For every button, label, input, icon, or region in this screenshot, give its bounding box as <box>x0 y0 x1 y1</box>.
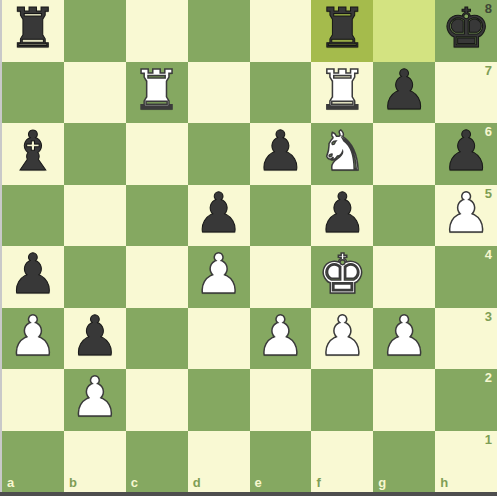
square-f2[interactable] <box>311 369 373 431</box>
square-c8[interactable] <box>126 0 188 62</box>
file-label-f: f <box>316 476 320 489</box>
square-g8[interactable] <box>373 0 435 62</box>
square-b2[interactable]: ♟ <box>64 369 126 431</box>
piece-white-pawn[interactable]: ♟ <box>256 309 305 364</box>
piece-black-pawn[interactable]: ♟ <box>194 186 243 241</box>
square-a4[interactable]: ♟ <box>2 246 64 308</box>
square-a8[interactable]: ♜ <box>2 0 64 62</box>
square-b5[interactable] <box>64 185 126 247</box>
square-c7[interactable]: ♜ <box>126 62 188 124</box>
square-f7[interactable]: ♜ <box>311 62 373 124</box>
square-h5[interactable]: ♟5 <box>435 185 497 247</box>
square-g7[interactable]: ♟ <box>373 62 435 124</box>
board-bottom-border <box>0 492 497 496</box>
rank-label-1: 1 <box>485 433 492 446</box>
square-d3[interactable] <box>188 308 250 370</box>
square-g4[interactable] <box>373 246 435 308</box>
square-d7[interactable] <box>188 62 250 124</box>
square-e1[interactable]: e <box>250 431 312 493</box>
square-h1[interactable]: 1h <box>435 431 497 493</box>
square-a2[interactable] <box>2 369 64 431</box>
square-d5[interactable]: ♟ <box>188 185 250 247</box>
piece-white-rook[interactable]: ♜ <box>318 63 367 118</box>
piece-black-rook[interactable]: ♜ <box>318 1 367 56</box>
square-c1[interactable]: c <box>126 431 188 493</box>
square-e5[interactable] <box>250 185 312 247</box>
piece-black-pawn[interactable]: ♟ <box>441 124 490 179</box>
square-b7[interactable] <box>64 62 126 124</box>
piece-white-king[interactable]: ♚ <box>318 247 367 302</box>
file-label-h: h <box>440 476 448 489</box>
square-e8[interactable] <box>250 0 312 62</box>
piece-black-pawn[interactable]: ♟ <box>8 247 57 302</box>
rank-label-6: 6 <box>485 125 492 138</box>
piece-white-rook[interactable]: ♜ <box>132 63 181 118</box>
square-b6[interactable] <box>64 123 126 185</box>
piece-white-pawn[interactable]: ♟ <box>194 247 243 302</box>
rank-label-3: 3 <box>485 310 492 323</box>
square-c4[interactable] <box>126 246 188 308</box>
square-e4[interactable] <box>250 246 312 308</box>
square-b8[interactable] <box>64 0 126 62</box>
square-g6[interactable] <box>373 123 435 185</box>
square-a1[interactable]: a <box>2 431 64 493</box>
file-label-g: g <box>378 476 386 489</box>
square-g5[interactable] <box>373 185 435 247</box>
square-c2[interactable] <box>126 369 188 431</box>
square-a7[interactable] <box>2 62 64 124</box>
square-b3[interactable]: ♟ <box>64 308 126 370</box>
square-e2[interactable] <box>250 369 312 431</box>
square-f6[interactable]: ♞ <box>311 123 373 185</box>
square-h2[interactable]: 2 <box>435 369 497 431</box>
piece-white-pawn[interactable]: ♟ <box>8 309 57 364</box>
piece-white-pawn[interactable]: ♟ <box>441 186 490 241</box>
square-c5[interactable] <box>126 185 188 247</box>
rank-label-8: 8 <box>485 2 492 15</box>
square-f1[interactable]: f <box>311 431 373 493</box>
piece-white-pawn[interactable]: ♟ <box>318 309 367 364</box>
square-h8[interactable]: ♚8 <box>435 0 497 62</box>
piece-black-king[interactable]: ♚ <box>441 1 490 56</box>
rank-label-4: 4 <box>485 248 492 261</box>
square-d4[interactable]: ♟ <box>188 246 250 308</box>
file-label-d: d <box>193 476 201 489</box>
square-h6[interactable]: ♟6 <box>435 123 497 185</box>
piece-white-knight[interactable]: ♞ <box>318 124 367 179</box>
square-h7[interactable]: 7 <box>435 62 497 124</box>
square-f4[interactable]: ♚ <box>311 246 373 308</box>
square-f8[interactable]: ♜ <box>311 0 373 62</box>
file-label-b: b <box>69 476 77 489</box>
square-d6[interactable] <box>188 123 250 185</box>
piece-white-pawn[interactable]: ♟ <box>380 309 429 364</box>
file-label-c: c <box>131 476 138 489</box>
square-a3[interactable]: ♟ <box>2 308 64 370</box>
square-e3[interactable]: ♟ <box>250 308 312 370</box>
square-a6[interactable]: ♝ <box>2 123 64 185</box>
piece-black-pawn[interactable]: ♟ <box>70 309 119 364</box>
square-f3[interactable]: ♟ <box>311 308 373 370</box>
piece-black-pawn[interactable]: ♟ <box>318 186 367 241</box>
square-d1[interactable]: d <box>188 431 250 493</box>
square-d8[interactable] <box>188 0 250 62</box>
square-g1[interactable]: g <box>373 431 435 493</box>
square-d2[interactable] <box>188 369 250 431</box>
piece-black-pawn[interactable]: ♟ <box>256 124 305 179</box>
piece-white-pawn[interactable]: ♟ <box>70 370 119 425</box>
piece-black-rook[interactable]: ♜ <box>8 1 57 56</box>
chess-board: ♜♜♚8♜♜♟7♝♟♞♟6♟♟♟5♟♟♚4♟♟♟♟♟3♟2abcdefg1h <box>2 0 497 492</box>
board-left-border <box>0 0 2 492</box>
square-g2[interactable] <box>373 369 435 431</box>
square-e6[interactable]: ♟ <box>250 123 312 185</box>
square-h3[interactable]: 3 <box>435 308 497 370</box>
square-c3[interactable] <box>126 308 188 370</box>
file-label-e: e <box>255 476 262 489</box>
piece-black-bishop[interactable]: ♝ <box>8 124 57 179</box>
square-b1[interactable]: b <box>64 431 126 493</box>
rank-label-2: 2 <box>485 371 492 384</box>
square-e7[interactable] <box>250 62 312 124</box>
square-f5[interactable]: ♟ <box>311 185 373 247</box>
chess-app: ♜♜♚8♜♜♟7♝♟♞♟6♟♟♟5♟♟♚4♟♟♟♟♟3♟2abcdefg1h <box>0 0 497 496</box>
square-g3[interactable]: ♟ <box>373 308 435 370</box>
square-b4[interactable] <box>64 246 126 308</box>
file-label-a: a <box>7 476 14 489</box>
square-h4[interactable]: 4 <box>435 246 497 308</box>
rank-label-5: 5 <box>485 187 492 200</box>
rank-label-7: 7 <box>485 64 492 77</box>
piece-black-pawn[interactable]: ♟ <box>380 63 429 118</box>
square-a5[interactable] <box>2 185 64 247</box>
square-c6[interactable] <box>126 123 188 185</box>
